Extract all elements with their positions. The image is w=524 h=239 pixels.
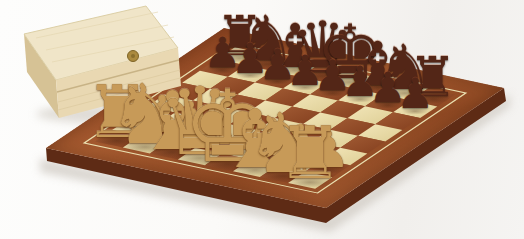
box-clasp-detail xyxy=(131,54,135,58)
chess-set-product-photo: ♜♞♝♛♚♝♞♜♟♟♟♟♟♟♟♟♟♟♟♟♟♟♟♟♜♞♝♛♚♝♞♜ xyxy=(0,0,524,239)
storage-box xyxy=(0,0,524,239)
